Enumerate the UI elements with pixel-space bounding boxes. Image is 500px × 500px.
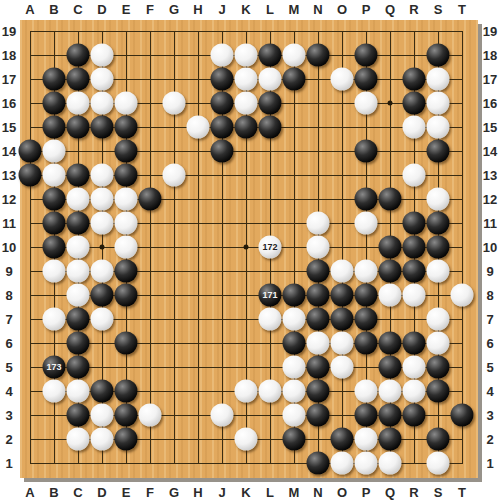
row-label-right-14: 14 [483,144,497,159]
row-label-left-9: 9 [5,264,12,279]
black-stone-E2 [115,428,138,451]
black-stone-L15 [259,116,282,139]
white-stone-N6 [307,332,330,355]
black-stone-S4 [427,380,450,403]
black-stone-S2 [427,428,450,451]
black-stone-O7 [331,308,354,331]
black-stone-N9 [307,260,330,283]
white-stone-K4 [235,380,258,403]
row-label-right-1: 1 [486,456,493,471]
black-stone-S18 [427,44,450,67]
black-stone-B11 [43,212,66,235]
white-stone-move-172-L10: 172 [259,236,282,259]
black-stone-C18 [67,44,90,67]
col-label-top-G: G [169,2,179,17]
black-stone-R11 [403,212,426,235]
black-stone-move-171-L8: 171 [259,284,282,307]
white-stone-Q1 [379,452,402,475]
white-stone-D12 [91,188,114,211]
white-stone-S6 [427,332,450,355]
black-stone-L18 [259,44,282,67]
col-label-bottom-S: S [434,485,443,500]
row-label-right-16: 16 [483,96,497,111]
col-label-bottom-H: H [193,485,202,500]
row-label-right-12: 12 [483,192,497,207]
row-label-left-19: 19 [2,24,16,39]
black-stone-E6 [115,332,138,355]
white-stone-R13 [403,164,426,187]
white-stone-Q8 [379,284,402,307]
black-stone-A13 [19,164,42,187]
white-stone-G13 [163,164,186,187]
white-stone-D17 [91,68,114,91]
black-stone-E14 [115,140,138,163]
black-stone-S5 [427,356,450,379]
black-stone-K15 [235,116,258,139]
col-label-top-M: M [289,2,300,17]
row-label-left-16: 16 [2,96,16,111]
white-stone-B4 [43,380,66,403]
black-stone-B15 [43,116,66,139]
col-label-bottom-A: A [25,485,34,500]
col-label-top-E: E [122,2,131,17]
white-stone-S7 [427,308,450,331]
row-label-right-19: 19 [483,24,497,39]
row-label-right-4: 4 [486,384,493,399]
star-point-D10 [100,245,105,250]
black-stone-D4 [91,380,114,403]
col-label-top-C: C [73,2,82,17]
white-stone-K2 [235,428,258,451]
black-stone-N7 [307,308,330,331]
col-label-bottom-M: M [289,485,300,500]
row-label-left-5: 5 [5,360,12,375]
black-stone-D15 [91,116,114,139]
black-stone-C17 [67,68,90,91]
black-stone-R9 [403,260,426,283]
row-label-right-15: 15 [483,120,497,135]
row-label-left-4: 4 [5,384,12,399]
white-stone-L17 [259,68,282,91]
black-stone-E8 [115,284,138,307]
row-label-right-2: 2 [486,432,493,447]
row-label-left-10: 10 [2,240,16,255]
white-stone-N10 [307,236,330,259]
black-stone-E13 [115,164,138,187]
row-label-left-14: 14 [2,144,16,159]
col-label-bottom-B: B [49,485,58,500]
row-label-right-6: 6 [486,336,493,351]
white-stone-D16 [91,92,114,115]
col-label-top-H: H [193,2,202,17]
white-stone-H15 [187,116,210,139]
row-label-left-13: 13 [2,168,16,183]
white-stone-M3 [283,404,306,427]
white-stone-D7 [91,308,114,331]
white-stone-Q4 [379,380,402,403]
white-stone-E10 [115,236,138,259]
white-stone-O17 [331,68,354,91]
black-stone-M17 [283,68,306,91]
black-stone-R17 [403,68,426,91]
black-stone-S10 [427,236,450,259]
black-stone-P3 [355,404,378,427]
white-stone-K16 [235,92,258,115]
col-label-bottom-F: F [146,485,154,500]
row-label-left-11: 11 [2,216,16,231]
black-stone-N4 [307,380,330,403]
black-stone-M8 [283,284,306,307]
black-stone-Q3 [379,404,402,427]
row-label-left-6: 6 [5,336,12,351]
white-stone-J18 [211,44,234,67]
white-stone-E16 [115,92,138,115]
black-stone-Q2 [379,428,402,451]
white-stone-P11 [355,212,378,235]
white-stone-C16 [67,92,90,115]
black-stone-N8 [307,284,330,307]
col-label-bottom-K: K [241,485,250,500]
black-stone-E3 [115,404,138,427]
row-label-right-9: 9 [486,264,493,279]
black-stone-P6 [355,332,378,355]
white-stone-K17 [235,68,258,91]
col-label-bottom-Q: Q [385,485,395,500]
col-label-top-P: P [362,2,371,17]
black-stone-O2 [331,428,354,451]
col-label-top-O: O [337,2,347,17]
black-stone-R10 [403,236,426,259]
black-stone-J17 [211,68,234,91]
black-stone-S14 [427,140,450,163]
white-stone-L7 [259,308,282,331]
black-stone-B16 [43,92,66,115]
white-stone-S15 [427,116,450,139]
col-label-top-J: J [218,2,225,17]
col-label-bottom-T: T [458,485,466,500]
black-stone-P14 [355,140,378,163]
col-label-bottom-R: R [409,485,418,500]
white-stone-O9 [331,260,354,283]
white-stone-B14 [43,140,66,163]
star-point-K10 [244,245,249,250]
black-stone-Q5 [379,356,402,379]
col-label-bottom-J: J [218,485,225,500]
row-label-right-18: 18 [483,48,497,63]
row-label-right-5: 5 [486,360,493,375]
white-stone-O6 [331,332,354,355]
black-stone-R6 [403,332,426,355]
row-label-right-13: 13 [483,168,497,183]
black-stone-P17 [355,68,378,91]
col-label-bottom-L: L [266,485,274,500]
white-stone-P9 [355,260,378,283]
white-stone-M18 [283,44,306,67]
col-label-top-B: B [49,2,58,17]
white-stone-L4 [259,380,282,403]
black-stone-C5 [67,356,90,379]
black-stone-T3 [451,404,474,427]
white-stone-M7 [283,308,306,331]
black-stone-P18 [355,44,378,67]
col-label-bottom-G: G [169,485,179,500]
row-label-right-11: 11 [483,216,497,231]
black-stone-B12 [43,188,66,211]
black-stone-B10 [43,236,66,259]
black-stone-N18 [307,44,330,67]
row-label-left-17: 17 [2,72,16,87]
white-stone-R5 [403,356,426,379]
row-label-right-10: 10 [483,240,497,255]
white-stone-E11 [115,212,138,235]
white-stone-O5 [331,356,354,379]
white-stone-B13 [43,164,66,187]
black-stone-J14 [211,140,234,163]
black-stone-N1 [307,452,330,475]
black-stone-move-173-B5: 173 [43,356,66,379]
col-label-top-T: T [458,2,466,17]
black-stone-C11 [67,212,90,235]
black-stone-B17 [43,68,66,91]
black-stone-P7 [355,308,378,331]
white-stone-B9 [43,260,66,283]
white-stone-D3 [91,404,114,427]
black-stone-J15 [211,116,234,139]
black-stone-A14 [19,140,42,163]
row-label-right-17: 17 [483,72,497,87]
row-label-right-8: 8 [486,288,493,303]
black-stone-Q10 [379,236,402,259]
black-stone-F12 [139,188,162,211]
white-stone-R4 [403,380,426,403]
black-stone-M2 [283,428,306,451]
col-label-bottom-C: C [73,485,82,500]
white-stone-G16 [163,92,186,115]
white-stone-C10 [67,236,90,259]
col-label-top-S: S [434,2,443,17]
row-label-left-7: 7 [5,312,12,327]
row-label-left-12: 12 [2,192,16,207]
black-stone-C15 [67,116,90,139]
black-stone-Q12 [379,188,402,211]
black-stone-E15 [115,116,138,139]
white-stone-C9 [67,260,90,283]
white-stone-P1 [355,452,378,475]
go-board[interactable]: 172171173 [20,20,478,478]
white-stone-O1 [331,452,354,475]
row-label-left-15: 15 [2,120,16,135]
white-stone-K18 [235,44,258,67]
black-stone-C7 [67,308,90,331]
col-label-top-K: K [241,2,250,17]
black-stone-C3 [67,404,90,427]
white-stone-R15 [403,116,426,139]
black-stone-R16 [403,92,426,115]
row-label-left-2: 2 [5,432,12,447]
col-label-top-Q: Q [385,2,395,17]
col-label-top-L: L [266,2,274,17]
white-stone-D18 [91,44,114,67]
row-label-left-3: 3 [5,408,12,423]
white-stone-S16 [427,92,450,115]
black-stone-P8 [355,284,378,307]
col-label-bottom-P: P [362,485,371,500]
col-label-bottom-E: E [122,485,131,500]
white-stone-C12 [67,188,90,211]
black-stone-P12 [355,188,378,211]
black-stone-S11 [427,212,450,235]
white-stone-C8 [67,284,90,307]
col-label-bottom-N: N [313,485,322,500]
white-stone-P4 [355,380,378,403]
white-stone-S9 [427,260,450,283]
white-stone-C4 [67,380,90,403]
row-label-right-3: 3 [486,408,493,423]
black-stone-M6 [283,332,306,355]
black-stone-Q6 [379,332,402,355]
white-stone-R8 [403,284,426,307]
black-stone-L16 [259,92,282,115]
black-stone-Q9 [379,260,402,283]
white-stone-E12 [115,188,138,211]
black-stone-C13 [67,164,90,187]
black-stone-O8 [331,284,354,307]
white-stone-D2 [91,428,114,451]
black-stone-E9 [115,260,138,283]
col-label-bottom-O: O [337,485,347,500]
black-stone-J16 [211,92,234,115]
white-stone-C2 [67,428,90,451]
row-label-left-1: 1 [5,456,12,471]
black-stone-D8 [91,284,114,307]
col-label-top-N: N [313,2,322,17]
white-stone-P16 [355,92,378,115]
white-stone-S1 [427,452,450,475]
row-label-left-8: 8 [5,288,12,303]
white-stone-D9 [91,260,114,283]
col-label-top-F: F [146,2,154,17]
col-label-top-D: D [97,2,106,17]
black-stone-E4 [115,380,138,403]
white-stone-D13 [91,164,114,187]
white-stone-M4 [283,380,306,403]
row-label-left-18: 18 [2,48,16,63]
white-stone-N11 [307,212,330,235]
black-stone-C6 [67,332,90,355]
white-stone-S17 [427,68,450,91]
black-stone-N5 [307,356,330,379]
white-stone-J3 [211,404,234,427]
star-point-Q16 [388,101,393,106]
col-label-bottom-D: D [97,485,106,500]
white-stone-F3 [139,404,162,427]
col-label-top-R: R [409,2,418,17]
black-stone-R3 [403,404,426,427]
white-stone-S12 [427,188,450,211]
black-stone-N3 [307,404,330,427]
white-stone-M5 [283,356,306,379]
white-stone-P2 [355,428,378,451]
white-stone-B7 [43,308,66,331]
row-label-right-7: 7 [486,312,493,327]
white-stone-D11 [91,212,114,235]
white-stone-T8 [451,284,474,307]
col-label-top-A: A [25,2,34,17]
